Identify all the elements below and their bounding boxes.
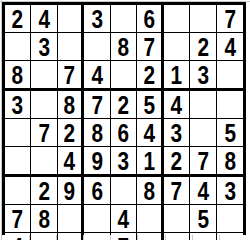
given-digit: 3 [118, 147, 130, 174]
given-digit: 8 [143, 177, 155, 204]
cell-r2c6[interactable]: 7 [137, 33, 163, 61]
given-digit: 4 [118, 205, 130, 232]
cell-r9c8[interactable] [190, 233, 216, 240]
cell-r2c5[interactable]: 8 [111, 33, 137, 61]
given-digit: 8 [224, 147, 236, 174]
given-digit: 4 [12, 233, 24, 240]
given-digit: 8 [38, 205, 50, 232]
given-digit: 4 [64, 147, 76, 174]
cell-r8c8[interactable]: 5 [190, 205, 216, 233]
cell-r7c9[interactable]: 3 [217, 177, 243, 205]
given-digit: 5 [143, 91, 155, 118]
spreadsheet-gridline-tick [83, 235, 84, 240]
given-digit: 7 [171, 177, 183, 204]
cell-r4c1[interactable]: 3 [5, 91, 31, 119]
cell-r2c8[interactable]: 2 [190, 33, 216, 61]
given-digit: 5 [224, 119, 236, 146]
cell-r5c8[interactable] [190, 119, 216, 147]
given-digit: 6 [118, 119, 130, 146]
given-digit: 2 [38, 177, 50, 204]
cell-r1c5[interactable] [111, 5, 137, 33]
cell-r1c3[interactable] [58, 5, 84, 33]
cell-r9c1[interactable]: 4 [5, 233, 31, 240]
cell-r3c3[interactable]: 7 [58, 61, 84, 91]
given-digit: 1 [143, 147, 155, 174]
given-digit: 6 [91, 177, 103, 204]
given-digit: 9 [64, 177, 76, 204]
cell-r4c7[interactable]: 4 [164, 91, 190, 119]
given-digit: 4 [143, 119, 155, 146]
given-digit: 8 [91, 119, 103, 146]
given-digit: 3 [197, 61, 209, 88]
cell-r8c5[interactable]: 4 [111, 205, 137, 233]
cell-r3c4[interactable]: 4 [84, 61, 110, 91]
given-digit: 2 [118, 91, 130, 118]
cell-r7c5[interactable] [111, 177, 137, 205]
cell-r6c9[interactable]: 8 [217, 147, 243, 177]
cell-r6c7[interactable]: 2 [164, 147, 190, 177]
cell-r3c9[interactable] [217, 61, 243, 91]
cell-r3c7[interactable]: 1 [164, 61, 190, 91]
spreadsheet-gridline-tick [56, 235, 57, 240]
cell-r2c3[interactable] [58, 33, 84, 61]
cell-r8c1[interactable]: 7 [5, 205, 31, 233]
cell-r6c6[interactable]: 1 [137, 147, 163, 177]
spreadsheet-gridline-tick [29, 235, 30, 240]
cell-r5c5[interactable]: 6 [111, 119, 137, 147]
cell-r5c3[interactable]: 2 [58, 119, 84, 147]
cell-r8c4[interactable] [84, 205, 110, 233]
given-digit: 7 [118, 233, 130, 240]
given-digit: 2 [12, 5, 24, 32]
given-digit: 8 [64, 91, 76, 118]
cell-r3c1[interactable]: 8 [5, 61, 31, 91]
cell-r5c6[interactable]: 4 [137, 119, 163, 147]
spreadsheet-gridline-tick [192, 235, 193, 240]
cell-r4c4[interactable]: 7 [84, 91, 110, 119]
given-digit: 2 [143, 61, 155, 88]
cell-r1c6[interactable]: 6 [137, 5, 163, 33]
cell-r7c3[interactable]: 9 [58, 177, 84, 205]
sudoku-screen: 2436738724874213387254728643549312782968… [0, 0, 250, 240]
cell-r9c5[interactable]: 7 [111, 233, 137, 240]
given-digit: 3 [171, 119, 183, 146]
given-digit: 7 [224, 5, 236, 32]
cell-r5c2[interactable]: 7 [31, 119, 57, 147]
given-digit: 4 [224, 33, 236, 60]
cell-r6c1[interactable] [5, 147, 31, 177]
sudoku-board: 2436738724874213387254728643549312782968… [2, 2, 246, 235]
spreadsheet-gridline-tick [165, 235, 166, 240]
cell-r8c9[interactable] [217, 205, 243, 233]
given-digit: 2 [64, 119, 76, 146]
cell-r4c3[interactable]: 8 [58, 91, 84, 119]
cell-r7c1[interactable] [5, 177, 31, 205]
cell-r1c8[interactable] [190, 5, 216, 33]
cell-r9c2[interactable] [31, 233, 57, 240]
cell-r2c4[interactable] [84, 33, 110, 61]
given-digit: 4 [197, 177, 209, 204]
cell-r3c8[interactable]: 3 [190, 61, 216, 91]
cell-r9c4[interactable] [84, 233, 110, 240]
cell-r1c4[interactable]: 3 [84, 5, 110, 33]
given-digit: 4 [171, 91, 183, 118]
cell-r2c7[interactable] [164, 33, 190, 61]
spreadsheet-gridline-tick [110, 235, 111, 240]
given-digit: 7 [91, 91, 103, 118]
given-digit: 3 [38, 33, 50, 60]
given-digit: 3 [12, 91, 24, 118]
cell-r3c5[interactable] [111, 61, 137, 91]
given-digit: 7 [64, 61, 76, 88]
cell-r7c6[interactable]: 8 [137, 177, 163, 205]
given-digit: 5 [197, 205, 209, 232]
given-digit: 6 [143, 5, 155, 32]
cell-r2c9[interactable]: 4 [217, 33, 243, 61]
given-digit: 9 [91, 147, 103, 174]
cell-r7c4[interactable]: 6 [84, 177, 110, 205]
cell-r5c4[interactable]: 8 [84, 119, 110, 147]
given-digit: 4 [38, 5, 50, 32]
cell-r8c3[interactable] [58, 205, 84, 233]
cell-r8c6[interactable] [137, 205, 163, 233]
spreadsheet-gridline-tick [137, 235, 138, 240]
cell-r6c8[interactable]: 7 [190, 147, 216, 177]
cell-r7c7[interactable]: 7 [164, 177, 190, 205]
cell-r5c9[interactable]: 5 [217, 119, 243, 147]
given-digit: 8 [118, 33, 130, 60]
cell-r3c2[interactable] [31, 61, 57, 91]
cell-r4c6[interactable]: 5 [137, 91, 163, 119]
spreadsheet-gridline-tick [219, 235, 220, 240]
cell-r9c6[interactable] [137, 233, 163, 240]
given-digit: 7 [12, 205, 24, 232]
cell-r4c5[interactable]: 2 [111, 91, 137, 119]
given-digit: 2 [171, 147, 183, 174]
given-digit: 7 [38, 119, 50, 146]
given-digit: 1 [171, 61, 183, 88]
cell-r1c2[interactable]: 4 [31, 5, 57, 33]
given-digit: 2 [197, 33, 209, 60]
cell-r8c7[interactable] [164, 205, 190, 233]
cell-r9c9[interactable] [217, 233, 243, 240]
cell-r5c1[interactable] [5, 119, 31, 147]
cell-r6c2[interactable] [31, 147, 57, 177]
cell-r2c2[interactable]: 3 [31, 33, 57, 61]
cell-r2c1[interactable] [5, 33, 31, 61]
given-digit: 3 [224, 177, 236, 204]
cell-r4c9[interactable] [217, 91, 243, 119]
cell-r9c7[interactable] [164, 233, 190, 240]
cell-r6c4[interactable]: 9 [84, 147, 110, 177]
cell-r1c9[interactable]: 7 [217, 5, 243, 33]
given-digit: 4 [91, 61, 103, 88]
cell-r1c1[interactable]: 2 [5, 5, 31, 33]
cell-r7c2[interactable]: 2 [31, 177, 57, 205]
given-digit: 3 [91, 5, 103, 32]
cell-r5c7[interactable]: 3 [164, 119, 190, 147]
cell-r7c8[interactable]: 4 [190, 177, 216, 205]
cell-r4c2[interactable] [31, 91, 57, 119]
given-digit: 8 [12, 61, 24, 88]
cell-r6c3[interactable]: 4 [58, 147, 84, 177]
cell-r8c2[interactable]: 8 [31, 205, 57, 233]
given-digit: 7 [197, 147, 209, 174]
cell-r9c3[interactable] [58, 233, 84, 240]
cell-r4c8[interactable] [190, 91, 216, 119]
cell-r6c5[interactable]: 3 [111, 147, 137, 177]
given-digit: 7 [143, 33, 155, 60]
cell-r1c7[interactable] [164, 5, 190, 33]
cell-r3c6[interactable]: 2 [137, 61, 163, 91]
